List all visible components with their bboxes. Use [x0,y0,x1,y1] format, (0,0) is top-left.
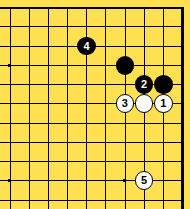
star-point-K10 [8,179,11,182]
black-stone-Q16 [116,56,135,75]
star-point-K16 [8,64,11,67]
black-stone-O17-move-4: 4 [77,37,96,56]
go-board-diagram: 42315 [0,0,190,209]
white-stone-S14-move-1: 1 [154,94,173,113]
board-grid: 42315 [0,0,190,209]
white-stone-R10-move-5: 5 [135,171,154,190]
black-stone-S15 [154,75,173,94]
star-point-Q10 [123,179,126,182]
white-stone-Q14-move-3: 3 [116,94,135,113]
black-stone-R15-move-2: 2 [135,75,154,94]
white-stone-R14 [135,94,154,113]
